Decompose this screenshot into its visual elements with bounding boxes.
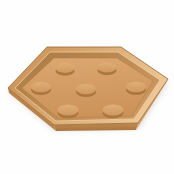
stud-top xyxy=(98,63,117,73)
stud-top xyxy=(56,63,75,73)
stud-top xyxy=(126,82,146,93)
stud-top xyxy=(103,105,124,116)
hex-plate-photo xyxy=(0,0,174,174)
stud-top xyxy=(31,82,51,93)
photo-stage xyxy=(0,0,174,174)
stud-top xyxy=(76,84,96,95)
stud-top xyxy=(58,105,79,116)
